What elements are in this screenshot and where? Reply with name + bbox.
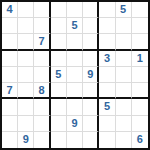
cell-r7c5[interactable] — [67, 99, 83, 115]
cell-r6c6[interactable] — [83, 83, 99, 99]
cell-r8c5[interactable]: 9 — [67, 116, 83, 132]
given-digit: 7 — [7, 85, 13, 96]
cell-r5c9[interactable] — [132, 67, 148, 83]
cell-r8c4[interactable] — [51, 116, 67, 132]
cell-r8c2[interactable] — [18, 116, 34, 132]
cell-r7c8[interactable] — [116, 99, 132, 115]
cell-r1c5[interactable] — [67, 2, 83, 18]
cell-r7c2[interactable] — [18, 99, 34, 115]
cell-r3c1[interactable] — [2, 34, 18, 50]
cell-r4c9[interactable]: 1 — [132, 51, 148, 67]
cell-r1c2[interactable] — [18, 2, 34, 18]
cell-r8c3[interactable] — [34, 116, 50, 132]
cell-r5c2[interactable] — [18, 67, 34, 83]
cell-r2c5[interactable]: 5 — [67, 18, 83, 34]
cell-r6c7[interactable] — [99, 83, 115, 99]
cell-r6c4[interactable] — [51, 83, 67, 99]
cell-r4c2[interactable] — [18, 51, 34, 67]
cell-r1c9[interactable] — [132, 2, 148, 18]
given-digit: 5 — [55, 69, 61, 80]
cell-r9c9[interactable]: 6 — [132, 132, 148, 148]
cell-r7c6[interactable] — [83, 99, 99, 115]
cell-r1c3[interactable] — [34, 2, 50, 18]
given-digit: 9 — [23, 134, 29, 145]
cell-r2c9[interactable] — [132, 18, 148, 34]
cell-r4c3[interactable] — [34, 51, 50, 67]
cell-r5c6[interactable]: 9 — [83, 67, 99, 83]
cell-r7c9[interactable] — [132, 99, 148, 115]
cell-r3c8[interactable] — [116, 34, 132, 50]
cell-r9c6[interactable] — [83, 132, 99, 148]
cell-r8c9[interactable] — [132, 116, 148, 132]
cell-r2c8[interactable] — [116, 18, 132, 34]
cell-r6c1[interactable]: 7 — [2, 83, 18, 99]
cell-r2c3[interactable] — [34, 18, 50, 34]
given-digit: 4 — [7, 4, 13, 15]
cell-r8c1[interactable] — [2, 116, 18, 132]
cell-r1c6[interactable] — [83, 2, 99, 18]
cell-r6c8[interactable] — [116, 83, 132, 99]
cell-r4c4[interactable] — [51, 51, 67, 67]
cell-r9c3[interactable] — [34, 132, 50, 148]
sudoku-puzzle: 45573159785996 — [0, 0, 150, 150]
cell-r2c7[interactable] — [99, 18, 115, 34]
cell-r1c1[interactable]: 4 — [2, 2, 18, 18]
cell-r3c9[interactable] — [132, 34, 148, 50]
cell-r2c2[interactable] — [18, 18, 34, 34]
given-digit: 5 — [71, 20, 77, 31]
cell-r6c2[interactable] — [18, 83, 34, 99]
cell-r7c3[interactable] — [34, 99, 50, 115]
given-digit: 9 — [87, 69, 93, 80]
cell-r7c1[interactable] — [2, 99, 18, 115]
cell-r7c4[interactable] — [51, 99, 67, 115]
cell-r5c1[interactable] — [2, 67, 18, 83]
cell-r9c5[interactable] — [67, 132, 83, 148]
cell-r9c8[interactable] — [116, 132, 132, 148]
cell-r2c4[interactable] — [51, 18, 67, 34]
cell-r8c7[interactable] — [99, 116, 115, 132]
cell-r2c6[interactable] — [83, 18, 99, 34]
cell-r3c5[interactable] — [67, 34, 83, 50]
cell-r4c5[interactable] — [67, 51, 83, 67]
given-digit: 9 — [71, 118, 77, 129]
cell-r5c5[interactable] — [67, 67, 83, 83]
cell-r5c3[interactable] — [34, 67, 50, 83]
given-digit: 7 — [38, 36, 44, 47]
cell-r1c8[interactable]: 5 — [116, 2, 132, 18]
cell-r1c7[interactable] — [99, 2, 115, 18]
cell-r3c7[interactable] — [99, 34, 115, 50]
cell-r9c2[interactable]: 9 — [18, 132, 34, 148]
cell-r8c6[interactable] — [83, 116, 99, 132]
cell-r6c3[interactable]: 8 — [34, 83, 50, 99]
cell-r3c3[interactable]: 7 — [34, 34, 50, 50]
cell-r9c1[interactable] — [2, 132, 18, 148]
given-digit: 5 — [120, 4, 126, 15]
cell-r4c8[interactable] — [116, 51, 132, 67]
cell-r6c5[interactable] — [67, 83, 83, 99]
given-digit: 5 — [104, 101, 110, 112]
cell-r9c4[interactable] — [51, 132, 67, 148]
given-digit: 8 — [38, 85, 44, 96]
given-digit: 6 — [137, 134, 143, 145]
cell-r4c6[interactable] — [83, 51, 99, 67]
cell-r8c8[interactable] — [116, 116, 132, 132]
cell-r6c9[interactable] — [132, 83, 148, 99]
cell-r3c4[interactable] — [51, 34, 67, 50]
given-digit: 1 — [137, 53, 143, 64]
cell-r5c7[interactable] — [99, 67, 115, 83]
cell-r5c4[interactable]: 5 — [51, 67, 67, 83]
sudoku-board: 45573159785996 — [0, 0, 150, 150]
given-digit: 3 — [104, 53, 110, 64]
cell-r2c1[interactable] — [2, 18, 18, 34]
cell-r3c2[interactable] — [18, 34, 34, 50]
cell-r4c7[interactable]: 3 — [99, 51, 115, 67]
cell-r5c8[interactable] — [116, 67, 132, 83]
cell-r1c4[interactable] — [51, 2, 67, 18]
cell-r7c7[interactable]: 5 — [99, 99, 115, 115]
cell-r3c6[interactable] — [83, 34, 99, 50]
cell-r4c1[interactable] — [2, 51, 18, 67]
cell-r9c7[interactable] — [99, 132, 115, 148]
